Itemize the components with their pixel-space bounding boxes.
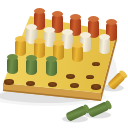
loose-green-peg-shadow (85, 112, 111, 119)
board-hole[interactable] (66, 74, 74, 79)
board-hole[interactable] (91, 84, 100, 89)
board-hole[interactable] (26, 81, 35, 86)
board-hole[interactable] (4, 79, 13, 84)
loose-green-peg-shadow (62, 116, 88, 123)
product-photo-scene (0, 0, 128, 128)
loose-yellow-peg-shadow (102, 85, 124, 92)
board-hole[interactable] (92, 62, 100, 67)
